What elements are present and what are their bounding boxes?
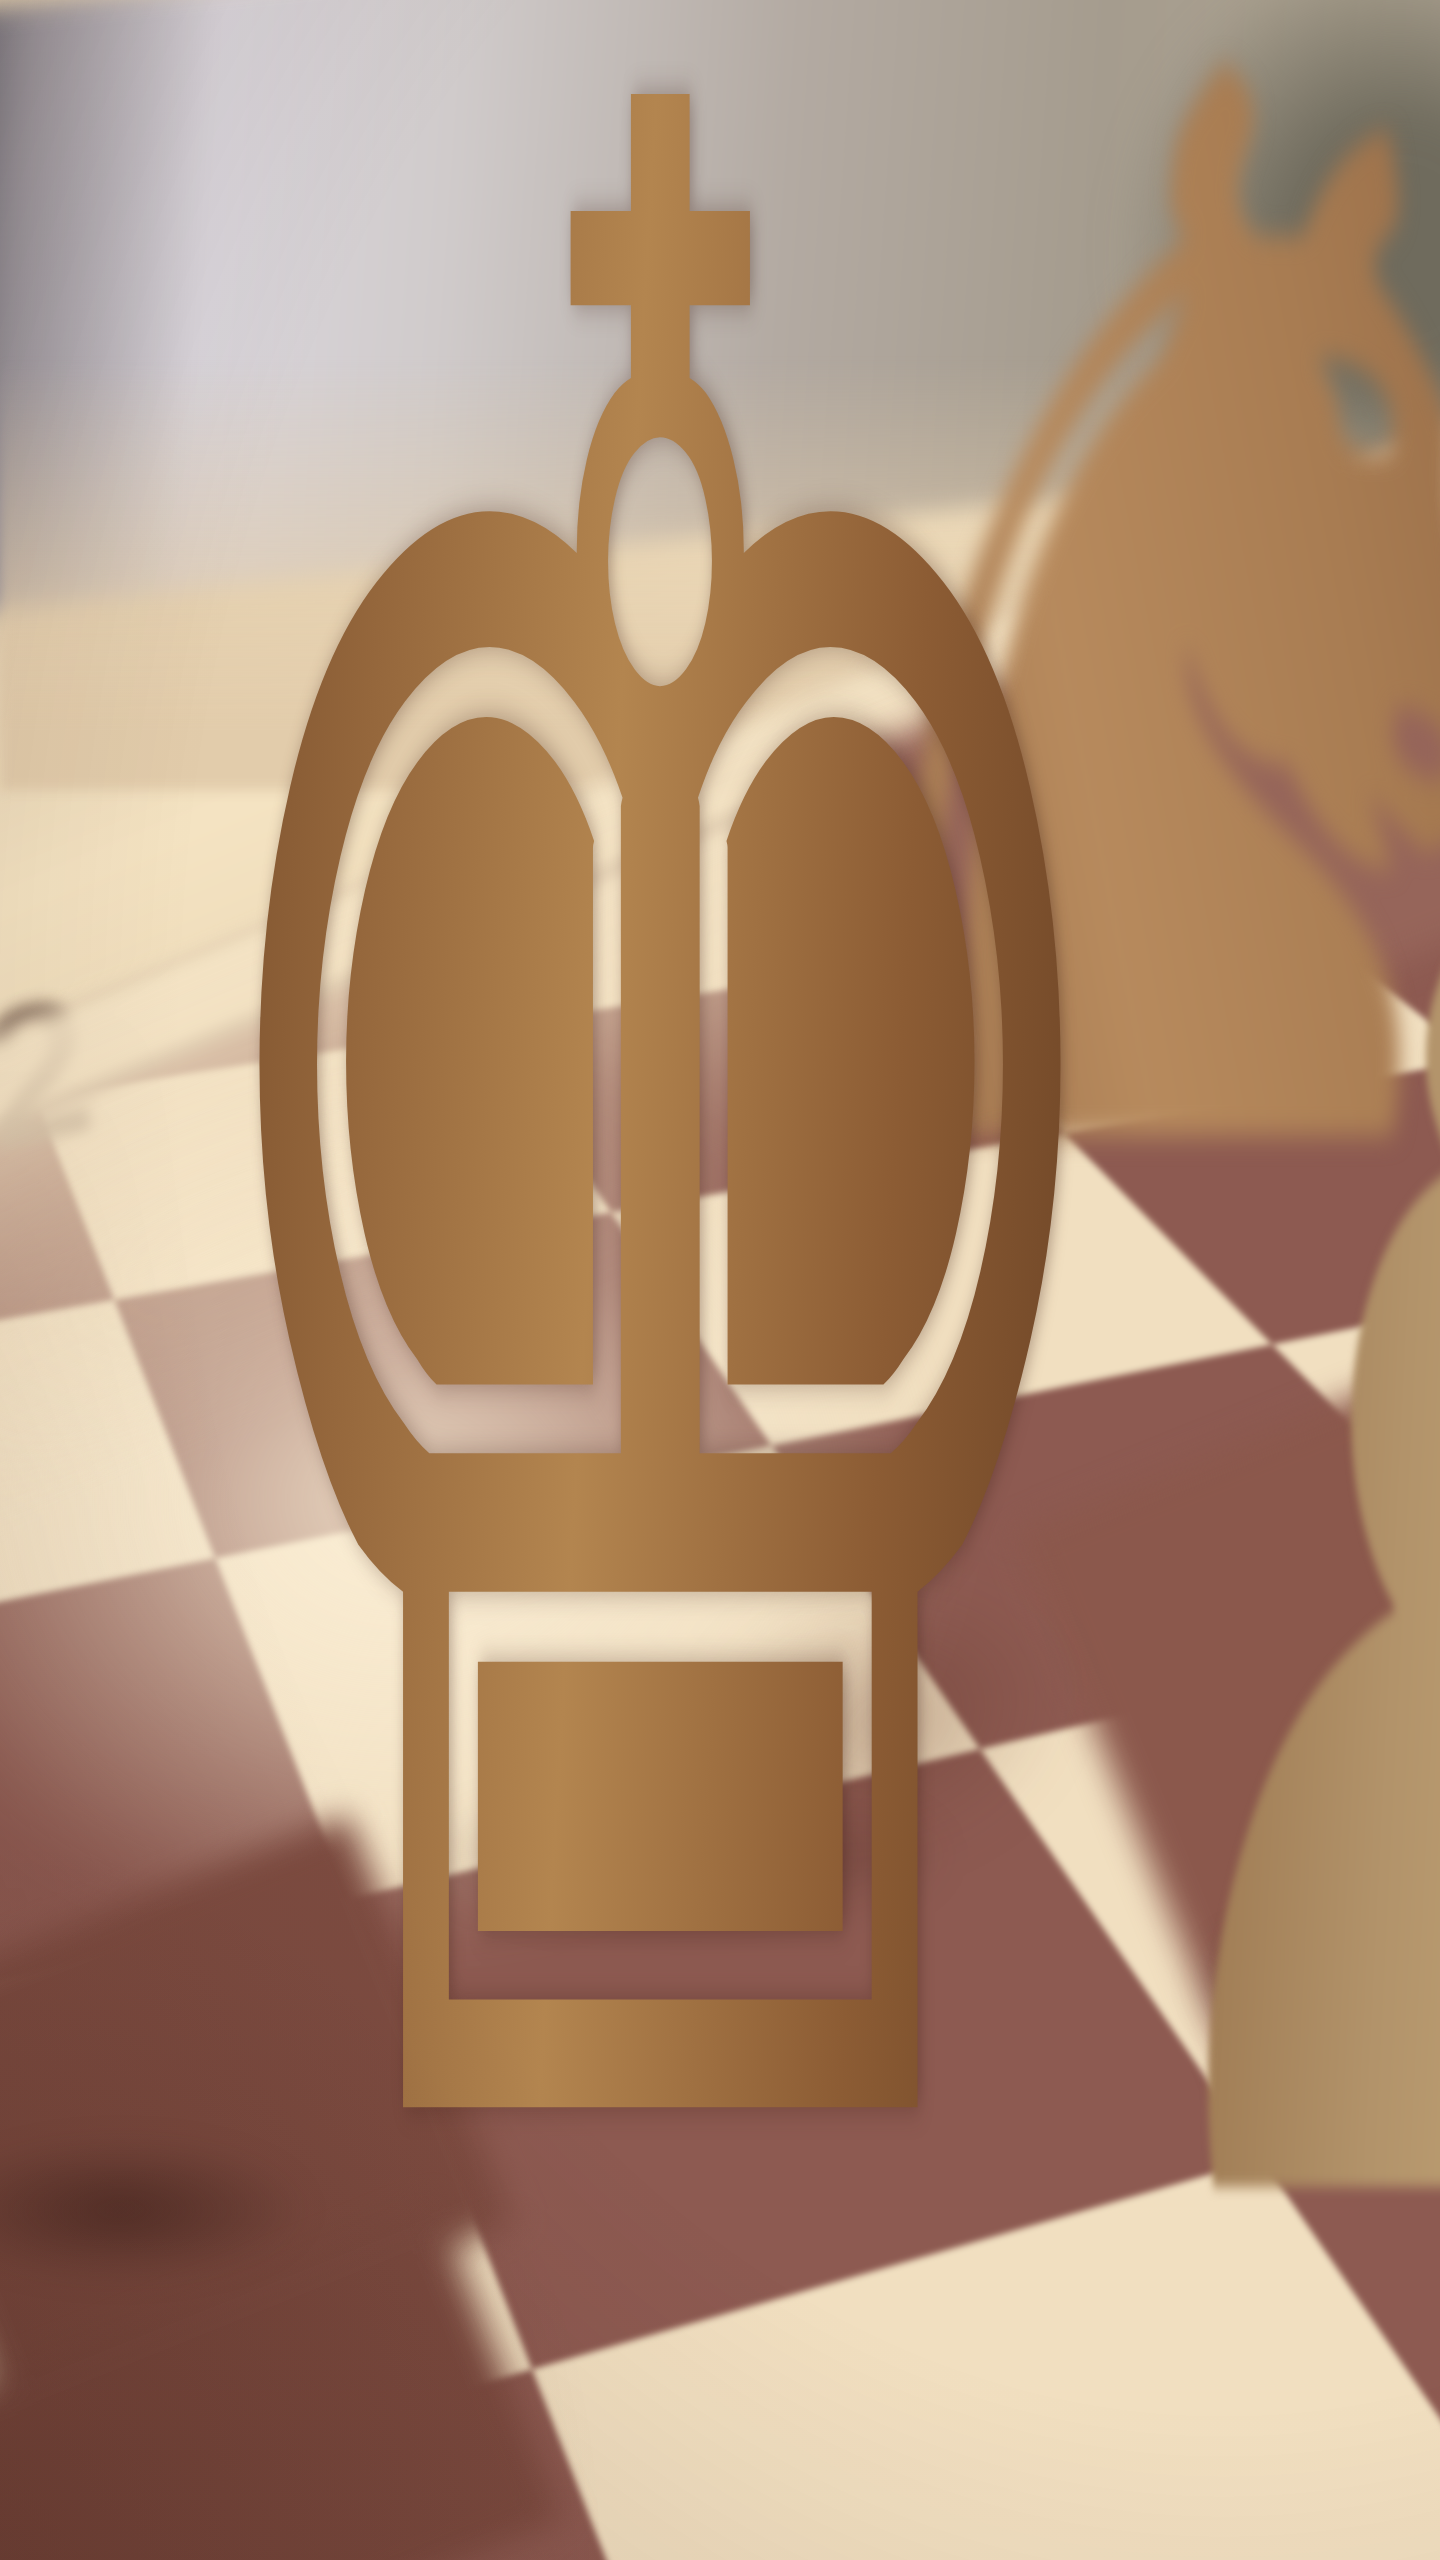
white-pawn-left-piece: ♟ xyxy=(0,1067,585,2560)
white-pawn-right-piece: ♟ xyxy=(1010,720,1440,2452)
chess-photo-scene: 2 ♞ ♚ ♟ ♟ xyxy=(0,0,1440,2560)
